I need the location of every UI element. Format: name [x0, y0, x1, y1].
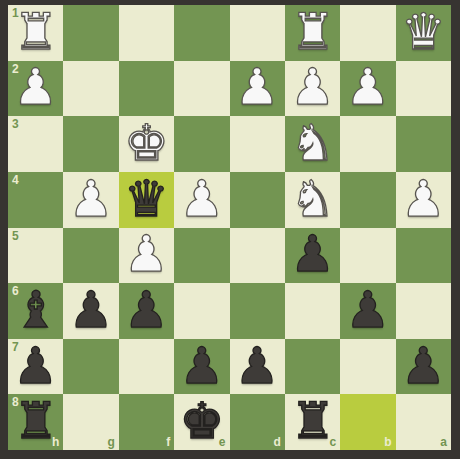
square-d4[interactable] — [230, 172, 285, 228]
square-e4[interactable]: ♟ — [174, 172, 229, 228]
square-d5[interactable] — [230, 228, 285, 284]
square-f1[interactable] — [119, 5, 174, 61]
square-e5[interactable] — [174, 228, 229, 284]
square-f3[interactable]: ♚ — [119, 116, 174, 172]
square-h1[interactable]: 1♜ — [8, 5, 63, 61]
file-label-f: f — [166, 436, 170, 448]
square-e7[interactable]: ♟ — [174, 339, 229, 395]
square-h5[interactable]: 5 — [8, 228, 63, 284]
square-b2[interactable]: ♟ — [340, 61, 395, 117]
black-pawn[interactable]: ♟ — [235, 341, 280, 391]
square-d1[interactable] — [230, 5, 285, 61]
square-g2[interactable] — [63, 61, 118, 117]
square-a6[interactable] — [396, 283, 451, 339]
file-label-d: d — [274, 436, 281, 448]
black-pawn[interactable]: ♟ — [346, 285, 391, 335]
black-pawn[interactable]: ♟ — [124, 285, 169, 335]
white-pawn[interactable]: ♟ — [13, 62, 58, 112]
black-pawn[interactable]: ♟ — [401, 341, 446, 391]
square-c8[interactable]: c♜ — [285, 394, 340, 450]
white-rook[interactable]: ♜ — [13, 7, 58, 57]
black-pawn[interactable]: ♟ — [290, 229, 335, 279]
square-a5[interactable] — [396, 228, 451, 284]
square-e8[interactable]: e♚ — [174, 394, 229, 450]
rank-label-4: 4 — [12, 174, 19, 186]
square-d7[interactable]: ♟ — [230, 339, 285, 395]
square-f4[interactable]: ♛ — [119, 172, 174, 228]
black-king[interactable]: ♚ — [179, 396, 224, 446]
square-c2[interactable]: ♟ — [285, 61, 340, 117]
black-rook[interactable]: ♜ — [290, 396, 335, 446]
black-bishop[interactable]: ♝ — [13, 285, 58, 335]
square-g4[interactable]: ♟ — [63, 172, 118, 228]
square-g5[interactable] — [63, 228, 118, 284]
file-label-g: g — [107, 436, 114, 448]
square-f2[interactable] — [119, 61, 174, 117]
white-pawn[interactable]: ♟ — [290, 62, 335, 112]
square-a3[interactable] — [396, 116, 451, 172]
white-knight[interactable]: ♞ — [290, 174, 335, 224]
white-pawn[interactable]: ♟ — [179, 174, 224, 224]
square-f7[interactable] — [119, 339, 174, 395]
square-d2[interactable]: ♟ — [230, 61, 285, 117]
square-c3[interactable]: ♞ — [285, 116, 340, 172]
square-b6[interactable]: ♟ — [340, 283, 395, 339]
square-f5[interactable]: ♟ — [119, 228, 174, 284]
white-knight[interactable]: ♞ — [290, 118, 335, 168]
white-rook[interactable]: ♜ — [290, 7, 335, 57]
square-g8[interactable]: g — [63, 394, 118, 450]
black-pawn[interactable]: ♟ — [13, 341, 58, 391]
square-d8[interactable]: d — [230, 394, 285, 450]
white-pawn[interactable]: ♟ — [401, 174, 446, 224]
square-f8[interactable]: f — [119, 394, 174, 450]
square-c5[interactable]: ♟ — [285, 228, 340, 284]
square-a8[interactable]: a — [396, 394, 451, 450]
square-h6[interactable]: 6♝ — [8, 283, 63, 339]
square-b4[interactable] — [340, 172, 395, 228]
square-g7[interactable] — [63, 339, 118, 395]
file-label-b: b — [384, 436, 391, 448]
square-c7[interactable] — [285, 339, 340, 395]
black-pawn[interactable]: ♟ — [179, 341, 224, 391]
square-e2[interactable] — [174, 61, 229, 117]
white-king[interactable]: ♚ — [124, 118, 169, 168]
square-h2[interactable]: 2♟ — [8, 61, 63, 117]
rank-label-3: 3 — [12, 118, 19, 130]
file-label-a: a — [440, 436, 447, 448]
white-queen[interactable]: ♛ — [401, 7, 446, 57]
square-c6[interactable] — [285, 283, 340, 339]
square-c1[interactable]: ♜ — [285, 5, 340, 61]
white-pawn[interactable]: ♟ — [235, 62, 280, 112]
square-g3[interactable] — [63, 116, 118, 172]
square-g1[interactable] — [63, 5, 118, 61]
square-b8[interactable]: b — [340, 394, 395, 450]
white-pawn[interactable]: ♟ — [69, 174, 114, 224]
square-b5[interactable] — [340, 228, 395, 284]
square-a4[interactable]: ♟ — [396, 172, 451, 228]
square-a1[interactable]: ♛ — [396, 5, 451, 61]
square-h8[interactable]: 8h♜ — [8, 394, 63, 450]
square-d3[interactable] — [230, 116, 285, 172]
square-e6[interactable] — [174, 283, 229, 339]
square-h7[interactable]: 7♟ — [8, 339, 63, 395]
square-f6[interactable]: ♟ — [119, 283, 174, 339]
square-b7[interactable] — [340, 339, 395, 395]
square-h3[interactable]: 3 — [8, 116, 63, 172]
chess-board: 1♜♜♛2♟♟♟♟3♚♞4♟♛♟♞♟5♟♟6♝♟♟♟7♟♟♟♟8h♜gfe♚dc… — [8, 5, 451, 450]
square-b1[interactable] — [340, 5, 395, 61]
square-h4[interactable]: 4 — [8, 172, 63, 228]
black-pawn[interactable]: ♟ — [69, 285, 114, 335]
square-e1[interactable] — [174, 5, 229, 61]
white-pawn[interactable]: ♟ — [124, 229, 169, 279]
white-pawn[interactable]: ♟ — [346, 62, 391, 112]
square-g6[interactable]: ♟ — [63, 283, 118, 339]
black-rook[interactable]: ♜ — [13, 396, 58, 446]
square-a7[interactable]: ♟ — [396, 339, 451, 395]
black-queen[interactable]: ♛ — [124, 174, 169, 224]
square-e3[interactable] — [174, 116, 229, 172]
square-b3[interactable] — [340, 116, 395, 172]
rank-label-5: 5 — [12, 230, 19, 242]
square-a2[interactable] — [396, 61, 451, 117]
board-frame: 1♜♜♛2♟♟♟♟3♚♞4♟♛♟♞♟5♟♟6♝♟♟♟7♟♟♟♟8h♜gfe♚dc… — [0, 0, 460, 459]
square-d6[interactable] — [230, 283, 285, 339]
square-c4[interactable]: ♞ — [285, 172, 340, 228]
